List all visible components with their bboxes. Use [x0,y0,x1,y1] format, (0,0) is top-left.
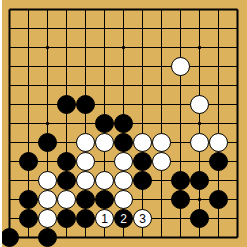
white-stone [190,95,209,114]
board-cell[interactable] [190,190,209,209]
board-cell[interactable] [114,133,133,152]
board-cell[interactable] [171,19,190,38]
board-cell[interactable] [95,114,114,133]
board-cell[interactable] [190,19,209,38]
board-cell[interactable] [0,228,19,247]
black-stone [19,152,38,171]
board-cell[interactable] [171,95,190,114]
board-cell[interactable] [19,114,38,133]
board-cell[interactable] [95,152,114,171]
board-intersections: 123 [0,0,247,247]
board-cell[interactable] [133,171,152,190]
board-cell[interactable] [190,152,209,171]
board-cell[interactable] [209,114,228,133]
black-stone [171,190,190,209]
board-cell[interactable] [76,133,95,152]
board-cell[interactable] [95,133,114,152]
white-stone [76,152,95,171]
board-cell[interactable] [95,228,114,247]
black-stone [171,171,190,190]
board-cell[interactable] [76,19,95,38]
board-cell[interactable] [0,95,19,114]
white-stone [114,190,133,209]
white-stone [152,133,171,152]
board-cell[interactable] [114,76,133,95]
board-cell[interactable]: 3 [133,209,152,228]
board-cell[interactable] [152,57,171,76]
board-cell[interactable] [190,95,209,114]
board-cell[interactable] [19,171,38,190]
board-cell[interactable] [228,0,247,19]
board-cell[interactable] [133,114,152,133]
white-stone [114,152,133,171]
board-cell[interactable] [228,152,247,171]
board-cell[interactable] [228,114,247,133]
board-cell[interactable] [76,114,95,133]
board-cell[interactable] [0,190,19,209]
board-cell[interactable] [114,0,133,19]
board-cell[interactable] [76,76,95,95]
board-cell[interactable] [171,38,190,57]
board-cell[interactable] [19,95,38,114]
board-cell[interactable] [190,0,209,19]
board-cell[interactable] [38,171,57,190]
black-stone [57,95,76,114]
board-cell[interactable] [209,133,228,152]
board-cell[interactable] [209,209,228,228]
board-cell[interactable] [76,95,95,114]
board-cell[interactable] [38,95,57,114]
board-cell[interactable] [209,228,228,247]
board-cell[interactable] [152,76,171,95]
black-stone [114,133,133,152]
black-stone [76,209,95,228]
board-cell[interactable] [152,38,171,57]
board-cell[interactable] [190,57,209,76]
board-cell[interactable] [19,38,38,57]
board-cell[interactable] [0,209,19,228]
black-stone [76,95,95,114]
board-cell[interactable] [114,57,133,76]
board-cell[interactable] [133,76,152,95]
board-cell[interactable] [209,38,228,57]
board-cell[interactable] [133,190,152,209]
board-cell[interactable] [76,228,95,247]
board-cell[interactable] [57,133,76,152]
white-stone [114,171,133,190]
board-cell[interactable] [76,209,95,228]
board-cell[interactable] [171,152,190,171]
board-cell[interactable] [133,228,152,247]
black-stone [38,133,57,152]
board-cell[interactable] [95,190,114,209]
board-cell[interactable] [38,114,57,133]
board-cell[interactable] [38,38,57,57]
white-stone-move-3: 3 [133,209,152,228]
white-stone [171,57,190,76]
board-cell[interactable] [133,133,152,152]
board-cell[interactable] [190,38,209,57]
board-cell[interactable] [19,133,38,152]
white-stone-move-1: 1 [95,209,114,228]
board-cell[interactable] [228,19,247,38]
board-cell[interactable] [133,38,152,57]
board-cell[interactable] [0,171,19,190]
white-stone [152,152,171,171]
board-cell[interactable] [190,171,209,190]
black-stone [95,114,114,133]
board-cell[interactable] [228,133,247,152]
board-cell[interactable] [19,228,38,247]
white-stone [95,133,114,152]
black-stone [133,171,152,190]
board-cell[interactable] [209,95,228,114]
black-stone [57,171,76,190]
board-cell[interactable] [19,190,38,209]
board-cell[interactable] [228,76,247,95]
board-cell[interactable] [0,133,19,152]
black-stone [19,190,38,209]
board-cell[interactable] [190,228,209,247]
board-cell[interactable] [171,209,190,228]
board-cell[interactable] [228,57,247,76]
black-stone [190,171,209,190]
black-stone [95,190,114,209]
board-cell[interactable] [114,114,133,133]
board-cell[interactable] [76,57,95,76]
board-cell[interactable] [190,133,209,152]
board-cell[interactable] [0,114,19,133]
black-stone [190,209,209,228]
board-cell[interactable] [114,228,133,247]
board-cell[interactable] [76,38,95,57]
board-cell[interactable] [209,171,228,190]
board-cell[interactable] [228,190,247,209]
board-cell[interactable] [0,57,19,76]
board-cell[interactable] [57,57,76,76]
board-cell[interactable] [152,171,171,190]
black-stone [209,190,228,209]
black-stone [114,114,133,133]
board-cell[interactable] [152,190,171,209]
black-stone [76,190,95,209]
board-cell[interactable] [228,228,247,247]
white-stone [95,171,114,190]
white-stone [190,133,209,152]
board-cell[interactable] [152,209,171,228]
board-cell[interactable] [38,76,57,95]
board-cell[interactable] [19,76,38,95]
board-cell[interactable] [133,19,152,38]
board-cell[interactable] [95,38,114,57]
board-cell[interactable] [0,19,19,38]
board-cell[interactable] [114,152,133,171]
board-cell[interactable] [19,0,38,19]
board-cell[interactable] [190,76,209,95]
board-cell[interactable] [38,152,57,171]
board-cell[interactable] [38,228,57,247]
board-cell[interactable] [114,171,133,190]
board-cell[interactable] [133,152,152,171]
board-cell[interactable] [38,0,57,19]
board-cell[interactable] [0,76,19,95]
board-cell[interactable] [209,190,228,209]
white-stone [133,133,152,152]
board-cell[interactable] [57,95,76,114]
board-cell[interactable] [171,76,190,95]
board-cell[interactable] [19,19,38,38]
go-diagram: 123 [0,0,247,247]
board-cell[interactable] [57,38,76,57]
board-cell[interactable] [152,228,171,247]
white-stone [209,133,228,152]
board-cell[interactable] [95,171,114,190]
board-cell[interactable] [57,209,76,228]
page-edge-strip [0,0,2,247]
black-stone [19,209,38,228]
board-cell[interactable] [95,76,114,95]
board-cell[interactable] [152,114,171,133]
board-cell[interactable] [95,0,114,19]
black-stone-move-2: 2 [114,209,133,228]
board-cell[interactable] [95,19,114,38]
board-cell[interactable] [228,38,247,57]
board-cell[interactable] [95,57,114,76]
board-cell[interactable] [57,76,76,95]
board-cell[interactable] [190,209,209,228]
go-board: 123 [0,0,247,247]
board-cell[interactable] [133,95,152,114]
white-stone [38,171,57,190]
black-stone [209,152,228,171]
board-cell[interactable] [38,57,57,76]
board-cell[interactable] [19,209,38,228]
board-cell[interactable] [171,190,190,209]
board-cell[interactable] [171,114,190,133]
board-cell[interactable] [19,152,38,171]
board-cell[interactable] [57,171,76,190]
black-stone [133,152,152,171]
board-cell[interactable] [228,209,247,228]
white-stone [38,190,57,209]
board-cell[interactable] [152,152,171,171]
board-cell[interactable] [133,57,152,76]
board-cell[interactable] [19,57,38,76]
board-cell[interactable] [76,0,95,19]
board-cell[interactable] [152,95,171,114]
board-cell[interactable] [76,171,95,190]
board-cell[interactable] [57,114,76,133]
board-cell[interactable] [114,19,133,38]
board-cell[interactable] [57,228,76,247]
board-cell[interactable] [38,19,57,38]
board-cell[interactable] [57,0,76,19]
board-cell[interactable] [114,95,133,114]
white-stone [38,209,57,228]
board-cell[interactable] [171,133,190,152]
board-cell[interactable] [152,0,171,19]
board-cell[interactable] [0,38,19,57]
board-cell[interactable] [57,19,76,38]
board-cell[interactable] [152,133,171,152]
black-stone [57,209,76,228]
black-stone [0,228,19,247]
board-cell[interactable]: 2 [114,209,133,228]
black-stone [57,152,76,171]
board-cell[interactable] [38,209,57,228]
board-cell[interactable] [57,190,76,209]
board-cell[interactable] [209,0,228,19]
board-cell[interactable] [228,95,247,114]
board-cell[interactable] [171,228,190,247]
board-cell[interactable]: 1 [95,209,114,228]
board-cell[interactable] [152,19,171,38]
board-cell[interactable] [209,57,228,76]
board-cell[interactable] [228,171,247,190]
board-cell[interactable] [114,190,133,209]
board-cell[interactable] [171,171,190,190]
board-cell[interactable] [38,190,57,209]
board-cell[interactable] [209,19,228,38]
board-cell[interactable] [38,133,57,152]
board-cell[interactable] [133,0,152,19]
board-cell[interactable] [209,76,228,95]
white-stone [76,171,95,190]
board-cell[interactable] [76,152,95,171]
board-cell[interactable] [171,57,190,76]
black-stone [38,228,57,247]
board-cell[interactable] [190,114,209,133]
white-stone [76,133,95,152]
board-cell[interactable] [209,152,228,171]
board-cell[interactable] [114,38,133,57]
board-cell[interactable] [57,152,76,171]
board-cell[interactable] [0,0,19,19]
board-cell[interactable] [0,152,19,171]
board-cell[interactable] [95,95,114,114]
board-cell[interactable] [76,190,95,209]
white-stone [57,190,76,209]
board-cell[interactable] [171,0,190,19]
